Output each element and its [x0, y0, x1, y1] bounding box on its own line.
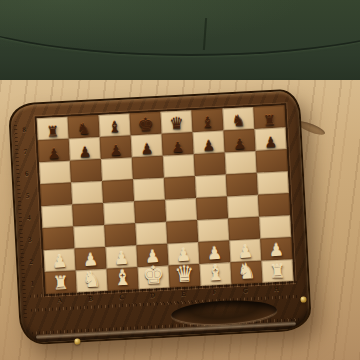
piece-wp: ♟: [106, 249, 138, 268]
piece-wn: ♞: [76, 269, 108, 292]
piece-wp: ♟: [44, 253, 76, 272]
piece-wp: ♟: [75, 251, 107, 270]
square-a7: ♟: [38, 139, 70, 163]
square-a6: [39, 161, 71, 185]
square-h8: ♜: [253, 105, 285, 129]
piece-wp: ♟: [260, 241, 292, 260]
square-c8: ♝: [99, 113, 131, 137]
square-f5: [195, 174, 227, 198]
piece-wk: ♚: [137, 263, 169, 289]
square-e2: ♟: [167, 242, 199, 266]
piece-br: ♜: [254, 112, 286, 128]
square-h2: ♟: [260, 237, 292, 261]
square-c7: ♟: [100, 135, 132, 159]
piece-bq: ♛: [161, 115, 193, 133]
square-e7: ♟: [162, 132, 194, 156]
square-d1: ♚: [138, 266, 170, 290]
piece-bp: ♟: [69, 144, 101, 160]
square-d6: [132, 156, 164, 180]
piece-bp: ♟: [193, 138, 225, 154]
rank-label-8: 8: [17, 119, 32, 142]
square-c1: ♝: [107, 267, 139, 291]
piece-bp: ♟: [100, 142, 132, 158]
square-f4: [196, 196, 228, 220]
piece-bn: ♞: [68, 121, 100, 138]
square-d2: ♟: [136, 244, 168, 268]
square-g5: [226, 173, 258, 197]
square-g8: ♞: [222, 107, 254, 131]
file-label-g: G: [230, 286, 261, 296]
square-h6: [256, 149, 288, 173]
square-b8: ♞: [68, 115, 100, 139]
piece-bp: ♟: [131, 141, 163, 157]
square-c4: [103, 201, 135, 225]
file-label-d: D: [137, 291, 168, 301]
rank-label-1: 1: [25, 272, 40, 295]
piece-wp: ♟: [199, 244, 231, 263]
piece-bn: ♞: [223, 113, 255, 130]
photo-scene: 87654321 ♜♞♝♚♛♝♞♜♟♟♟♟♟♟♟♟♟♟♟♟♟♟♟♟♜♞♝♚♛♝♞…: [0, 0, 360, 360]
square-b5: [71, 181, 103, 205]
square-e4: [165, 198, 197, 222]
rank-label-5: 5: [20, 185, 35, 208]
rank-label-7: 7: [18, 141, 33, 164]
piece-wp: ♟: [168, 246, 200, 265]
square-a2: ♟: [44, 249, 76, 273]
file-label-c: C: [106, 292, 137, 302]
square-f6: [194, 153, 226, 177]
square-b2: ♟: [75, 247, 107, 271]
chess-board: 87654321 ♜♞♝♚♛♝♞♜♟♟♟♟♟♟♟♟♟♟♟♟♟♟♟♟♜♞♝♚♛♝♞…: [8, 89, 312, 346]
piece-bb: ♝: [192, 115, 224, 132]
square-h3: [259, 215, 291, 239]
piece-wp: ♟: [137, 248, 169, 267]
piece-wb: ♝: [200, 262, 232, 285]
square-h5: [257, 171, 289, 195]
couch-seam: [0, 0, 360, 56]
piece-bb: ♝: [99, 119, 131, 136]
square-d4: [134, 200, 166, 224]
square-f1: ♝: [200, 262, 232, 286]
file-label-h: H: [261, 284, 292, 294]
piece-wq: ♛: [169, 263, 201, 287]
square-g4: [227, 195, 259, 219]
piece-wb: ♝: [107, 267, 139, 290]
rank-label-3: 3: [22, 228, 37, 251]
square-e8: ♛: [160, 110, 192, 134]
square-a8: ♜: [37, 117, 69, 141]
square-f7: ♟: [193, 131, 225, 155]
square-h4: [258, 193, 290, 217]
square-f8: ♝: [191, 109, 223, 133]
square-b4: [72, 203, 104, 227]
piece-br: ♜: [37, 124, 69, 140]
piece-wp: ♟: [230, 243, 262, 262]
square-g6: [225, 151, 257, 175]
square-d5: [133, 178, 165, 202]
square-d3: [135, 222, 167, 246]
square-e3: [166, 220, 198, 244]
square-b3: [73, 225, 105, 249]
square-f3: [197, 218, 229, 242]
piece-wr: ♜: [45, 273, 77, 293]
square-a4: [41, 205, 73, 229]
piece-bp: ♟: [38, 146, 70, 162]
file-label-e: E: [168, 289, 199, 299]
file-label-b: B: [75, 294, 106, 304]
square-c6: [101, 157, 133, 181]
rank-label-2: 2: [24, 250, 39, 273]
square-b6: [70, 159, 102, 183]
square-a5: [40, 183, 72, 207]
square-e5: [164, 176, 196, 200]
square-a3: [42, 227, 74, 251]
square-h7: ♟: [255, 127, 287, 151]
square-e6: [163, 154, 195, 178]
piece-wn: ♞: [230, 261, 262, 284]
piece-bp: ♟: [224, 136, 256, 152]
brass-foot: [300, 296, 306, 302]
rank-label-6: 6: [19, 163, 34, 186]
piece-bk: ♚: [130, 115, 162, 135]
piece-bp: ♟: [162, 139, 194, 155]
file-label-f: F: [199, 287, 230, 297]
square-e1: ♛: [169, 264, 201, 288]
square-b7: ♟: [69, 137, 101, 161]
board-grid: ♜♞♝♚♛♝♞♜♟♟♟♟♟♟♟♟♟♟♟♟♟♟♟♟♜♞♝♚♛♝♞♜: [35, 103, 296, 296]
square-d7: ♟: [131, 134, 163, 158]
piece-wr: ♜: [262, 262, 294, 282]
square-d8: ♚: [130, 112, 162, 136]
square-g7: ♟: [224, 129, 256, 153]
square-c3: [104, 223, 136, 247]
square-g3: [228, 217, 260, 241]
square-a1: ♜: [45, 270, 77, 294]
square-c2: ♟: [105, 245, 137, 269]
square-b1: ♞: [76, 269, 108, 293]
piece-bp: ♟: [255, 134, 287, 150]
square-g2: ♟: [229, 239, 261, 263]
square-c5: [102, 179, 134, 203]
file-label-a: A: [44, 296, 75, 306]
square-f2: ♟: [198, 240, 230, 264]
square-h1: ♜: [261, 259, 293, 283]
rank-label-4: 4: [21, 207, 36, 230]
square-g1: ♞: [230, 261, 262, 285]
